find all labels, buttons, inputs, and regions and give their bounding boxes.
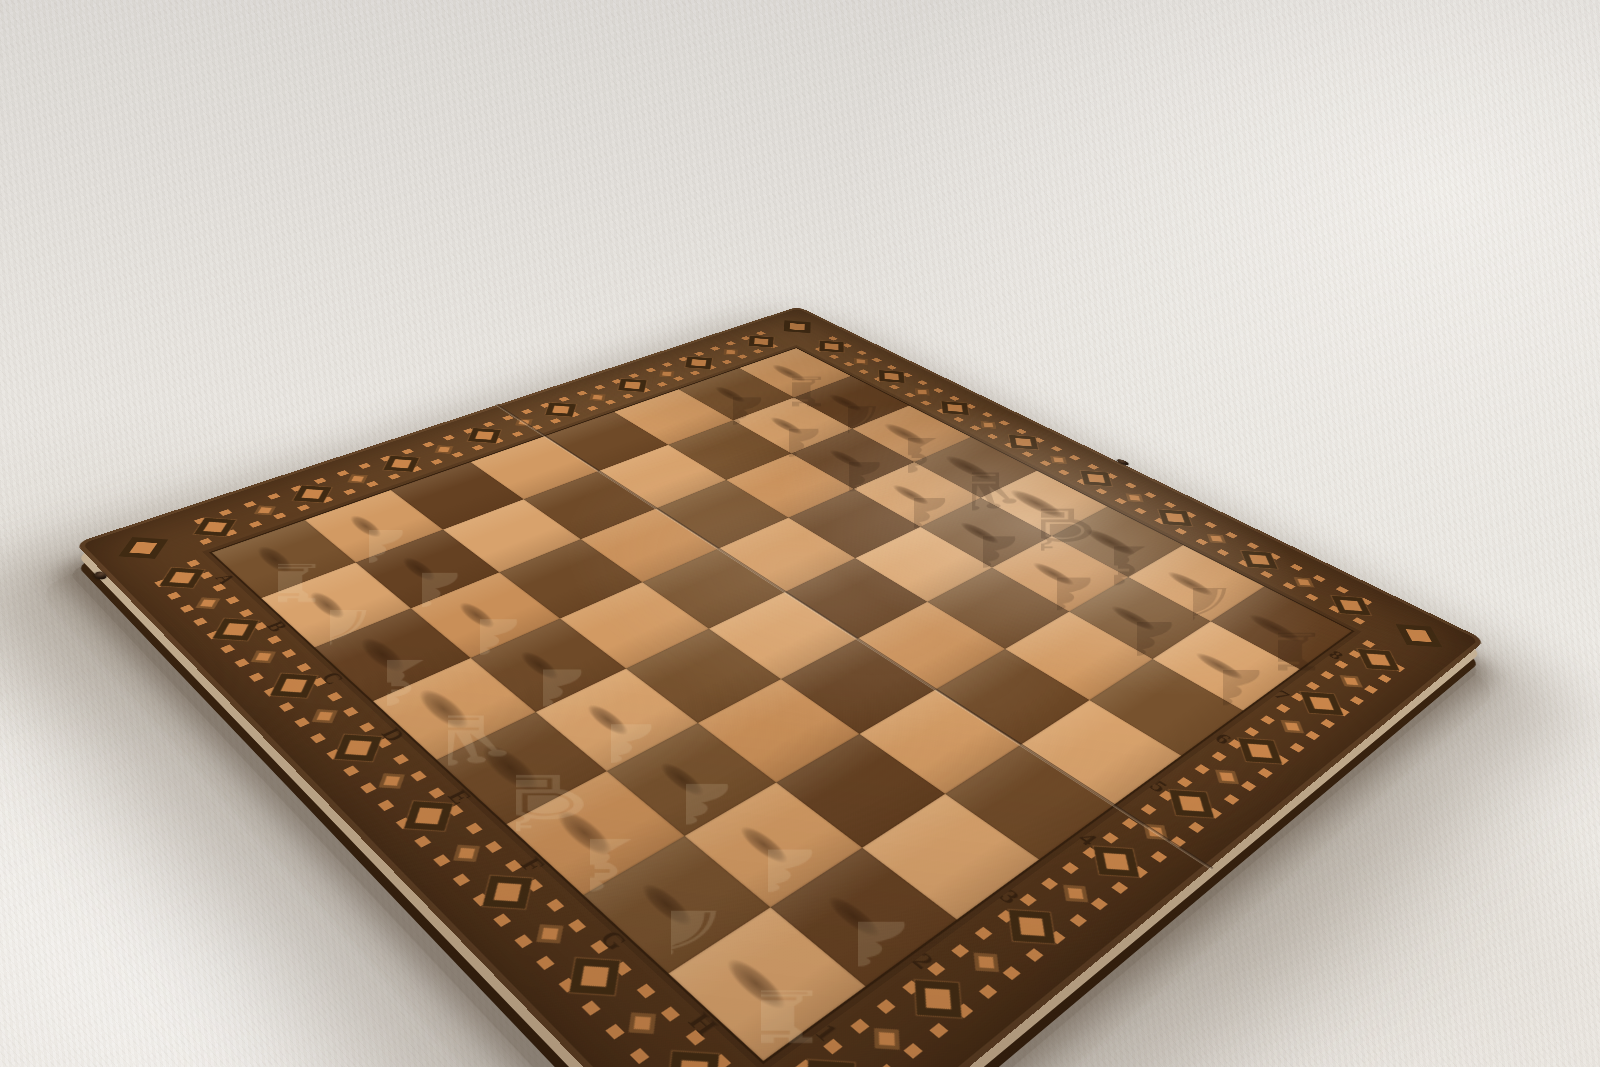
diamond-ornament-icon [1357, 649, 1399, 671]
rank-label-7: 7 [1271, 688, 1294, 703]
diamond-ornament-icon [1339, 675, 1362, 687]
square-h6[interactable] [1089, 659, 1243, 756]
diamond-ornament-icon [160, 567, 205, 588]
chess-board: A1B2C3D4E5F6G7H8♜♜♞♞♟♟♝♝♟♟♛♛♟♟♚♚♟♟♝♝♟♟♞♞… [75, 306, 1486, 1067]
diamond-ornament-icon [819, 341, 843, 353]
square-g5[interactable] [935, 649, 1089, 745]
file-label-f: F [516, 854, 550, 876]
file-label-a: A [211, 571, 240, 586]
diamond-ornament-icon [1126, 493, 1143, 502]
diamond-ornament-icon [874, 1028, 899, 1049]
diamond-ornament-icon [916, 388, 930, 395]
diamond-ornament-icon [981, 421, 996, 429]
corner-diamond-icon [1395, 624, 1442, 647]
diamond-ornament-icon [454, 845, 480, 862]
diamond-ornament-icon [659, 370, 674, 377]
diamond-ornament-icon [482, 875, 532, 908]
corner-diamond-icon [118, 537, 168, 559]
rank-label-3: 3 [995, 886, 1024, 907]
diamond-ornament-icon [915, 980, 962, 1018]
diamond-ornament-icon [1063, 885, 1087, 902]
diamond-ornament-icon [1051, 456, 1067, 464]
diamond-ornament-icon [334, 734, 382, 761]
diamond-ornament-icon [1009, 435, 1038, 450]
diamond-ornament-icon [1280, 720, 1303, 733]
diamond-ornament-icon [570, 958, 620, 995]
diamond-ornament-icon [1081, 471, 1113, 487]
diamond-ornament-icon [589, 394, 605, 401]
diamond-ornament-icon [404, 801, 453, 831]
diamond-ornament-icon [618, 379, 647, 392]
diamond-ornament-icon [974, 952, 999, 971]
diamond-ornament-icon [1215, 769, 1239, 783]
file-label-e: E [443, 787, 476, 808]
white-rook-icon: ♜ [673, 725, 848, 1006]
diamond-ornament-icon [854, 358, 867, 365]
diamond-ornament-icon [630, 1012, 657, 1033]
diamond-ornament-icon [252, 651, 277, 663]
file-label-d: D [377, 725, 410, 745]
diamond-ornament-icon [546, 402, 577, 416]
diamond-ornament-icon [686, 356, 713, 369]
diamond-ornament-icon [1300, 692, 1343, 716]
photo-scene: A1B2C3D4E5F6G7H8♜♜♞♞♟♟♝♝♟♟♛♛♟♟♚♚♟♟♝♝♟♟♞♞… [0, 0, 1600, 1067]
black-pawn-icon: ♟ [1164, 492, 1282, 682]
diamond-ornament-icon [808, 1060, 856, 1067]
diamond-ornament-icon [1093, 846, 1139, 877]
diamond-ornament-icon [668, 1051, 719, 1067]
diamond-ornament-icon [196, 597, 220, 608]
board-face: A1B2C3D4E5F6G7H8♜♜♞♞♟♟♝♝♟♟♛♛♟♟♚♚♟♟♝♝♟♟♞♞… [75, 306, 1486, 1067]
diamond-ornament-icon [537, 924, 564, 943]
diamond-ornament-icon [724, 349, 738, 356]
diamond-ornament-icon [1009, 910, 1055, 944]
diamond-ornament-icon [212, 618, 258, 640]
diamond-ornament-icon [270, 673, 317, 698]
diamond-ornament-icon [380, 773, 406, 788]
rank-label-1: 1 [810, 1019, 843, 1045]
diamond-ornament-icon [1169, 790, 1214, 818]
diamond-ornament-icon [749, 336, 774, 348]
rank-label-6: 6 [1211, 731, 1235, 747]
diamond-ornament-icon [941, 401, 968, 415]
diamond-ornament-icon [879, 370, 905, 383]
diamond-ornament-icon [1238, 738, 1282, 764]
diamond-ornament-icon [313, 709, 338, 723]
square-g6[interactable] [1005, 612, 1152, 701]
